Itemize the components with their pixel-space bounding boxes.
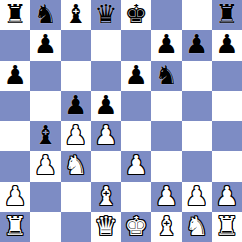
white-pawn[interactable]: ♟ (3, 183, 26, 209)
black-rook[interactable]: ♜ (3, 1, 26, 27)
square-e2[interactable] (121, 182, 151, 212)
white-pawn[interactable]: ♟ (155, 183, 178, 209)
black-pawn[interactable]: ♟ (185, 31, 208, 57)
square-h7[interactable]: ♟ (212, 30, 242, 60)
square-d7[interactable] (91, 30, 121, 60)
square-b7[interactable]: ♟ (30, 30, 60, 60)
square-d6[interactable] (91, 61, 121, 91)
square-a8[interactable]: ♜ (0, 0, 30, 30)
square-f5[interactable] (151, 91, 181, 121)
square-a4[interactable] (0, 121, 30, 151)
square-e7[interactable] (121, 30, 151, 60)
chess-board: ♜♞♝♛♚♜♟♟♟♟♟♟♞♟♟♝♟♟♟♞♟♟♝♟♟♟♜♛♚♝♞♜ (0, 0, 242, 242)
square-e4[interactable] (121, 121, 151, 151)
square-f3[interactable] (151, 151, 181, 181)
square-g7[interactable]: ♟ (182, 30, 212, 60)
white-pawn[interactable]: ♟ (64, 122, 87, 148)
square-b4[interactable]: ♝ (30, 121, 60, 151)
black-pawn[interactable]: ♟ (124, 62, 147, 88)
square-g2[interactable]: ♟ (182, 182, 212, 212)
square-d1[interactable]: ♛ (91, 212, 121, 242)
square-d5[interactable]: ♟ (91, 91, 121, 121)
square-h8[interactable]: ♜ (212, 0, 242, 30)
white-bishop[interactable]: ♝ (94, 183, 117, 209)
black-knight[interactable]: ♞ (34, 1, 57, 27)
black-pawn[interactable]: ♟ (3, 62, 26, 88)
white-rook[interactable]: ♜ (3, 213, 26, 239)
square-f7[interactable]: ♟ (151, 30, 181, 60)
square-f8[interactable] (151, 0, 181, 30)
black-pawn[interactable]: ♟ (34, 31, 57, 57)
square-h6[interactable] (212, 61, 242, 91)
square-h1[interactable]: ♜ (212, 212, 242, 242)
square-h4[interactable] (212, 121, 242, 151)
square-g6[interactable] (182, 61, 212, 91)
white-pawn[interactable]: ♟ (124, 152, 147, 178)
black-bishop[interactable]: ♝ (64, 1, 87, 27)
square-c3[interactable]: ♞ (61, 151, 91, 181)
square-b2[interactable] (30, 182, 60, 212)
square-c1[interactable] (61, 212, 91, 242)
square-e3[interactable]: ♟ (121, 151, 151, 181)
square-g5[interactable] (182, 91, 212, 121)
square-c8[interactable]: ♝ (61, 0, 91, 30)
black-pawn[interactable]: ♟ (215, 31, 238, 57)
square-f6[interactable]: ♞ (151, 61, 181, 91)
square-f1[interactable]: ♝ (151, 212, 181, 242)
white-knight[interactable]: ♞ (64, 152, 87, 178)
square-c5[interactable]: ♟ (61, 91, 91, 121)
square-e6[interactable]: ♟ (121, 61, 151, 91)
square-e8[interactable]: ♚ (121, 0, 151, 30)
white-bishop[interactable]: ♝ (155, 213, 178, 239)
white-pawn[interactable]: ♟ (215, 183, 238, 209)
white-pawn[interactable]: ♟ (94, 122, 117, 148)
black-king[interactable]: ♚ (124, 1, 147, 27)
square-a6[interactable]: ♟ (0, 61, 30, 91)
square-h2[interactable]: ♟ (212, 182, 242, 212)
white-rook[interactable]: ♜ (215, 213, 238, 239)
square-c4[interactable]: ♟ (61, 121, 91, 151)
white-knight[interactable]: ♞ (185, 213, 208, 239)
square-g4[interactable] (182, 121, 212, 151)
square-d4[interactable]: ♟ (91, 121, 121, 151)
square-b8[interactable]: ♞ (30, 0, 60, 30)
square-f2[interactable]: ♟ (151, 182, 181, 212)
square-b6[interactable] (30, 61, 60, 91)
square-a3[interactable] (0, 151, 30, 181)
square-a1[interactable]: ♜ (0, 212, 30, 242)
square-b3[interactable]: ♟ (30, 151, 60, 181)
square-d2[interactable]: ♝ (91, 182, 121, 212)
black-bishop[interactable]: ♝ (34, 122, 57, 148)
square-a7[interactable] (0, 30, 30, 60)
square-e5[interactable] (121, 91, 151, 121)
white-pawn[interactable]: ♟ (185, 183, 208, 209)
square-g8[interactable] (182, 0, 212, 30)
square-d3[interactable] (91, 151, 121, 181)
square-d8[interactable]: ♛ (91, 0, 121, 30)
black-rook[interactable]: ♜ (215, 1, 238, 27)
square-f4[interactable] (151, 121, 181, 151)
black-pawn[interactable]: ♟ (94, 92, 117, 118)
white-king[interactable]: ♚ (124, 213, 147, 239)
black-queen[interactable]: ♛ (94, 1, 117, 27)
square-h5[interactable] (212, 91, 242, 121)
square-a5[interactable] (0, 91, 30, 121)
square-a2[interactable]: ♟ (0, 182, 30, 212)
white-queen[interactable]: ♛ (94, 213, 117, 239)
black-pawn[interactable]: ♟ (155, 31, 178, 57)
white-pawn[interactable]: ♟ (34, 152, 57, 178)
square-g3[interactable] (182, 151, 212, 181)
square-e1[interactable]: ♚ (121, 212, 151, 242)
square-c6[interactable] (61, 61, 91, 91)
square-g1[interactable]: ♞ (182, 212, 212, 242)
square-c7[interactable] (61, 30, 91, 60)
square-h3[interactable] (212, 151, 242, 181)
black-pawn[interactable]: ♟ (64, 92, 87, 118)
square-b1[interactable] (30, 212, 60, 242)
square-b5[interactable] (30, 91, 60, 121)
black-knight[interactable]: ♞ (155, 62, 178, 88)
square-c2[interactable] (61, 182, 91, 212)
